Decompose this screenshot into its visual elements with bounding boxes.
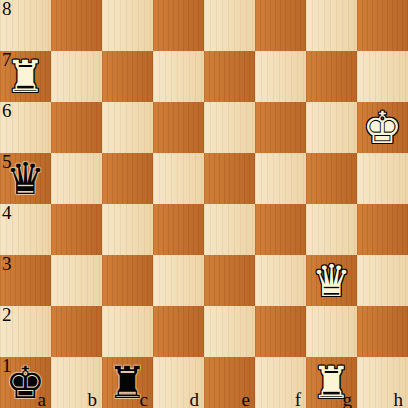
square-e8[interactable] bbox=[204, 0, 255, 51]
square-h6[interactable]: ♚ bbox=[357, 102, 408, 153]
square-e1[interactable]: e bbox=[204, 357, 255, 408]
square-b7[interactable] bbox=[51, 51, 102, 102]
rank-label-2: 2 bbox=[2, 304, 12, 326]
white-king-h6[interactable]: ♚ bbox=[357, 102, 408, 153]
rank-label-7: 7 bbox=[2, 49, 12, 71]
square-e3[interactable] bbox=[204, 255, 255, 306]
square-h4[interactable] bbox=[357, 204, 408, 255]
rank-label-6: 6 bbox=[2, 100, 12, 122]
square-h5[interactable] bbox=[357, 153, 408, 204]
square-g2[interactable] bbox=[306, 306, 357, 357]
square-c5[interactable] bbox=[102, 153, 153, 204]
square-b5[interactable] bbox=[51, 153, 102, 204]
square-d7[interactable] bbox=[153, 51, 204, 102]
square-g4[interactable] bbox=[306, 204, 357, 255]
file-label-b: b bbox=[88, 389, 98, 408]
square-e7[interactable] bbox=[204, 51, 255, 102]
square-e2[interactable] bbox=[204, 306, 255, 357]
square-d5[interactable] bbox=[153, 153, 204, 204]
square-d3[interactable] bbox=[153, 255, 204, 306]
square-a5[interactable]: 5♛ bbox=[0, 153, 51, 204]
file-label-d: d bbox=[190, 389, 200, 408]
square-d6[interactable] bbox=[153, 102, 204, 153]
square-c3[interactable] bbox=[102, 255, 153, 306]
square-c2[interactable] bbox=[102, 306, 153, 357]
square-a7[interactable]: 7♜ bbox=[0, 51, 51, 102]
chessboard-grid: 87♜6♚5♛43♛21a♚bc♜defg♜h bbox=[0, 0, 408, 408]
rank-label-5: 5 bbox=[2, 151, 12, 173]
square-g5[interactable] bbox=[306, 153, 357, 204]
square-d2[interactable] bbox=[153, 306, 204, 357]
square-b2[interactable] bbox=[51, 306, 102, 357]
square-c6[interactable] bbox=[102, 102, 153, 153]
square-c8[interactable] bbox=[102, 0, 153, 51]
square-a6[interactable]: 6 bbox=[0, 102, 51, 153]
square-c7[interactable] bbox=[102, 51, 153, 102]
square-a2[interactable]: 2 bbox=[0, 306, 51, 357]
square-a4[interactable]: 4 bbox=[0, 204, 51, 255]
file-label-f: f bbox=[295, 389, 301, 408]
square-h2[interactable] bbox=[357, 306, 408, 357]
square-h3[interactable] bbox=[357, 255, 408, 306]
square-f6[interactable] bbox=[255, 102, 306, 153]
rank-label-4: 4 bbox=[2, 202, 12, 224]
rank-label-1: 1 bbox=[2, 355, 12, 377]
square-f5[interactable] bbox=[255, 153, 306, 204]
square-a8[interactable]: 8 bbox=[0, 0, 51, 51]
square-f4[interactable] bbox=[255, 204, 306, 255]
rank-label-3: 3 bbox=[2, 253, 12, 275]
square-h8[interactable] bbox=[357, 0, 408, 51]
square-d1[interactable]: d bbox=[153, 357, 204, 408]
square-d8[interactable] bbox=[153, 0, 204, 51]
square-a3[interactable]: 3 bbox=[0, 255, 51, 306]
square-d4[interactable] bbox=[153, 204, 204, 255]
square-g6[interactable] bbox=[306, 102, 357, 153]
file-label-e: e bbox=[242, 389, 250, 408]
square-g3[interactable]: ♛ bbox=[306, 255, 357, 306]
file-label-g: g bbox=[343, 389, 353, 408]
square-a1[interactable]: 1a♚ bbox=[0, 357, 51, 408]
square-g1[interactable]: g♜ bbox=[306, 357, 357, 408]
rank-label-8: 8 bbox=[2, 0, 12, 20]
square-f7[interactable] bbox=[255, 51, 306, 102]
square-b1[interactable]: b bbox=[51, 357, 102, 408]
square-g8[interactable] bbox=[306, 0, 357, 51]
square-b8[interactable] bbox=[51, 0, 102, 51]
square-g7[interactable] bbox=[306, 51, 357, 102]
square-b3[interactable] bbox=[51, 255, 102, 306]
square-h7[interactable] bbox=[357, 51, 408, 102]
square-b6[interactable] bbox=[51, 102, 102, 153]
square-h1[interactable]: h bbox=[357, 357, 408, 408]
chessboard: 87♜6♚5♛43♛21a♚bc♜defg♜h bbox=[0, 0, 408, 408]
square-f1[interactable]: f bbox=[255, 357, 306, 408]
square-e5[interactable] bbox=[204, 153, 255, 204]
file-label-a: a bbox=[38, 389, 46, 408]
white-queen-g3[interactable]: ♛ bbox=[306, 255, 357, 306]
square-f3[interactable] bbox=[255, 255, 306, 306]
square-c1[interactable]: c♜ bbox=[102, 357, 153, 408]
square-f2[interactable] bbox=[255, 306, 306, 357]
square-c4[interactable] bbox=[102, 204, 153, 255]
file-label-c: c bbox=[140, 389, 148, 408]
file-label-h: h bbox=[394, 389, 404, 408]
square-f8[interactable] bbox=[255, 0, 306, 51]
square-e4[interactable] bbox=[204, 204, 255, 255]
square-b4[interactable] bbox=[51, 204, 102, 255]
square-e6[interactable] bbox=[204, 102, 255, 153]
